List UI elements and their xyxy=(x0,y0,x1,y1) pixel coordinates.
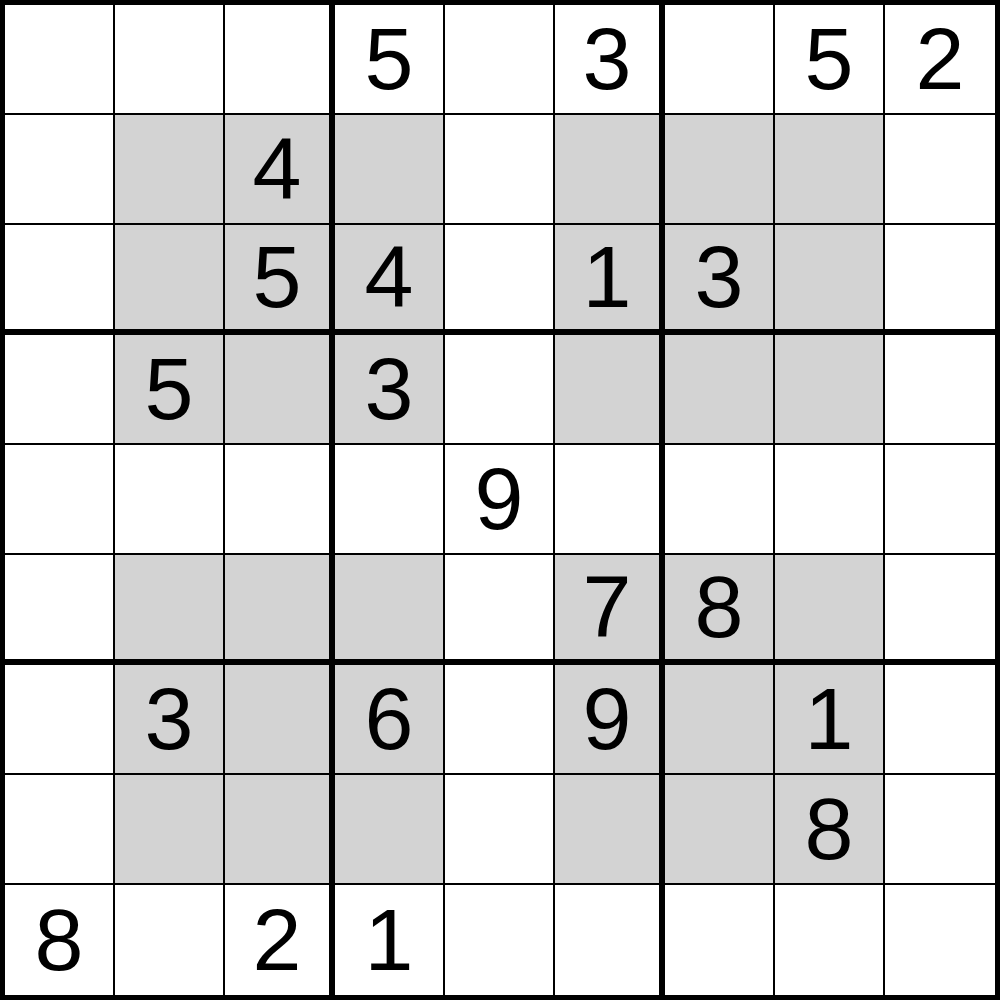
cell-r9c9[interactable] xyxy=(885,885,995,995)
cell-r4c4: 3 xyxy=(335,335,445,445)
cell-r7c1[interactable] xyxy=(5,665,115,775)
cell-r9c6[interactable] xyxy=(555,885,665,995)
cell-r6c5[interactable] xyxy=(445,555,555,665)
cell-r1c6: 3 xyxy=(555,5,665,115)
cell-r7c7[interactable] xyxy=(665,665,775,775)
cell-r5c4[interactable] xyxy=(335,445,445,555)
cell-r6c9[interactable] xyxy=(885,555,995,665)
cell-r7c4: 6 xyxy=(335,665,445,775)
cell-r3c4: 4 xyxy=(335,225,445,335)
cell-r8c7[interactable] xyxy=(665,775,775,885)
cell-r8c9[interactable] xyxy=(885,775,995,885)
cell-r9c4: 1 xyxy=(335,885,445,995)
cell-r6c8[interactable] xyxy=(775,555,885,665)
cell-r4c5[interactable] xyxy=(445,335,555,445)
cell-r5c3[interactable] xyxy=(225,445,335,555)
cell-r2c5[interactable] xyxy=(445,115,555,225)
cell-r7c3[interactable] xyxy=(225,665,335,775)
cell-r1c2[interactable] xyxy=(115,5,225,115)
cell-r9c5[interactable] xyxy=(445,885,555,995)
cell-r4c2: 5 xyxy=(115,335,225,445)
cell-r6c4[interactable] xyxy=(335,555,445,665)
cell-r8c6[interactable] xyxy=(555,775,665,885)
cell-r8c5[interactable] xyxy=(445,775,555,885)
cell-r2c9[interactable] xyxy=(885,115,995,225)
cell-r4c6[interactable] xyxy=(555,335,665,445)
cell-r5c1[interactable] xyxy=(5,445,115,555)
cell-r8c1[interactable] xyxy=(5,775,115,885)
cell-r6c2[interactable] xyxy=(115,555,225,665)
cell-r9c3: 2 xyxy=(225,885,335,995)
cell-r9c1: 8 xyxy=(5,885,115,995)
cell-r3c9[interactable] xyxy=(885,225,995,335)
cell-r7c8: 1 xyxy=(775,665,885,775)
cell-r3c3: 5 xyxy=(225,225,335,335)
cell-r3c8[interactable] xyxy=(775,225,885,335)
cell-r4c3[interactable] xyxy=(225,335,335,445)
cell-r8c8: 8 xyxy=(775,775,885,885)
cell-r6c1[interactable] xyxy=(5,555,115,665)
cell-r2c8[interactable] xyxy=(775,115,885,225)
cell-r4c9[interactable] xyxy=(885,335,995,445)
cell-r1c8: 5 xyxy=(775,5,885,115)
sudoku-board: 5352454135397836918821 xyxy=(0,0,1000,1000)
cell-r5c6[interactable] xyxy=(555,445,665,555)
cell-r3c6: 1 xyxy=(555,225,665,335)
cell-r3c5[interactable] xyxy=(445,225,555,335)
cell-r6c6: 7 xyxy=(555,555,665,665)
cell-r2c4[interactable] xyxy=(335,115,445,225)
cell-r8c3[interactable] xyxy=(225,775,335,885)
cell-r4c8[interactable] xyxy=(775,335,885,445)
cell-r5c5: 9 xyxy=(445,445,555,555)
cell-r3c7: 3 xyxy=(665,225,775,335)
cell-r7c2: 3 xyxy=(115,665,225,775)
cell-r7c5[interactable] xyxy=(445,665,555,775)
cell-r9c8[interactable] xyxy=(775,885,885,995)
cell-r2c2[interactable] xyxy=(115,115,225,225)
cell-r5c7[interactable] xyxy=(665,445,775,555)
cell-r6c7: 8 xyxy=(665,555,775,665)
cell-r1c9: 2 xyxy=(885,5,995,115)
cell-r6c3[interactable] xyxy=(225,555,335,665)
cell-r2c6[interactable] xyxy=(555,115,665,225)
cell-r2c7[interactable] xyxy=(665,115,775,225)
cell-r1c1[interactable] xyxy=(5,5,115,115)
cell-r5c9[interactable] xyxy=(885,445,995,555)
cell-r2c1[interactable] xyxy=(5,115,115,225)
cell-r3c1[interactable] xyxy=(5,225,115,335)
cell-r1c3[interactable] xyxy=(225,5,335,115)
cell-r9c7[interactable] xyxy=(665,885,775,995)
cell-r2c3: 4 xyxy=(225,115,335,225)
cell-r9c2[interactable] xyxy=(115,885,225,995)
cell-r5c2[interactable] xyxy=(115,445,225,555)
cell-r8c2[interactable] xyxy=(115,775,225,885)
cell-r1c5[interactable] xyxy=(445,5,555,115)
cell-r7c9[interactable] xyxy=(885,665,995,775)
cell-r5c8[interactable] xyxy=(775,445,885,555)
cell-r7c6: 9 xyxy=(555,665,665,775)
cell-r1c7[interactable] xyxy=(665,5,775,115)
cell-r1c4: 5 xyxy=(335,5,445,115)
cell-r4c1[interactable] xyxy=(5,335,115,445)
cell-r8c4[interactable] xyxy=(335,775,445,885)
cell-r4c7[interactable] xyxy=(665,335,775,445)
cell-r3c2[interactable] xyxy=(115,225,225,335)
